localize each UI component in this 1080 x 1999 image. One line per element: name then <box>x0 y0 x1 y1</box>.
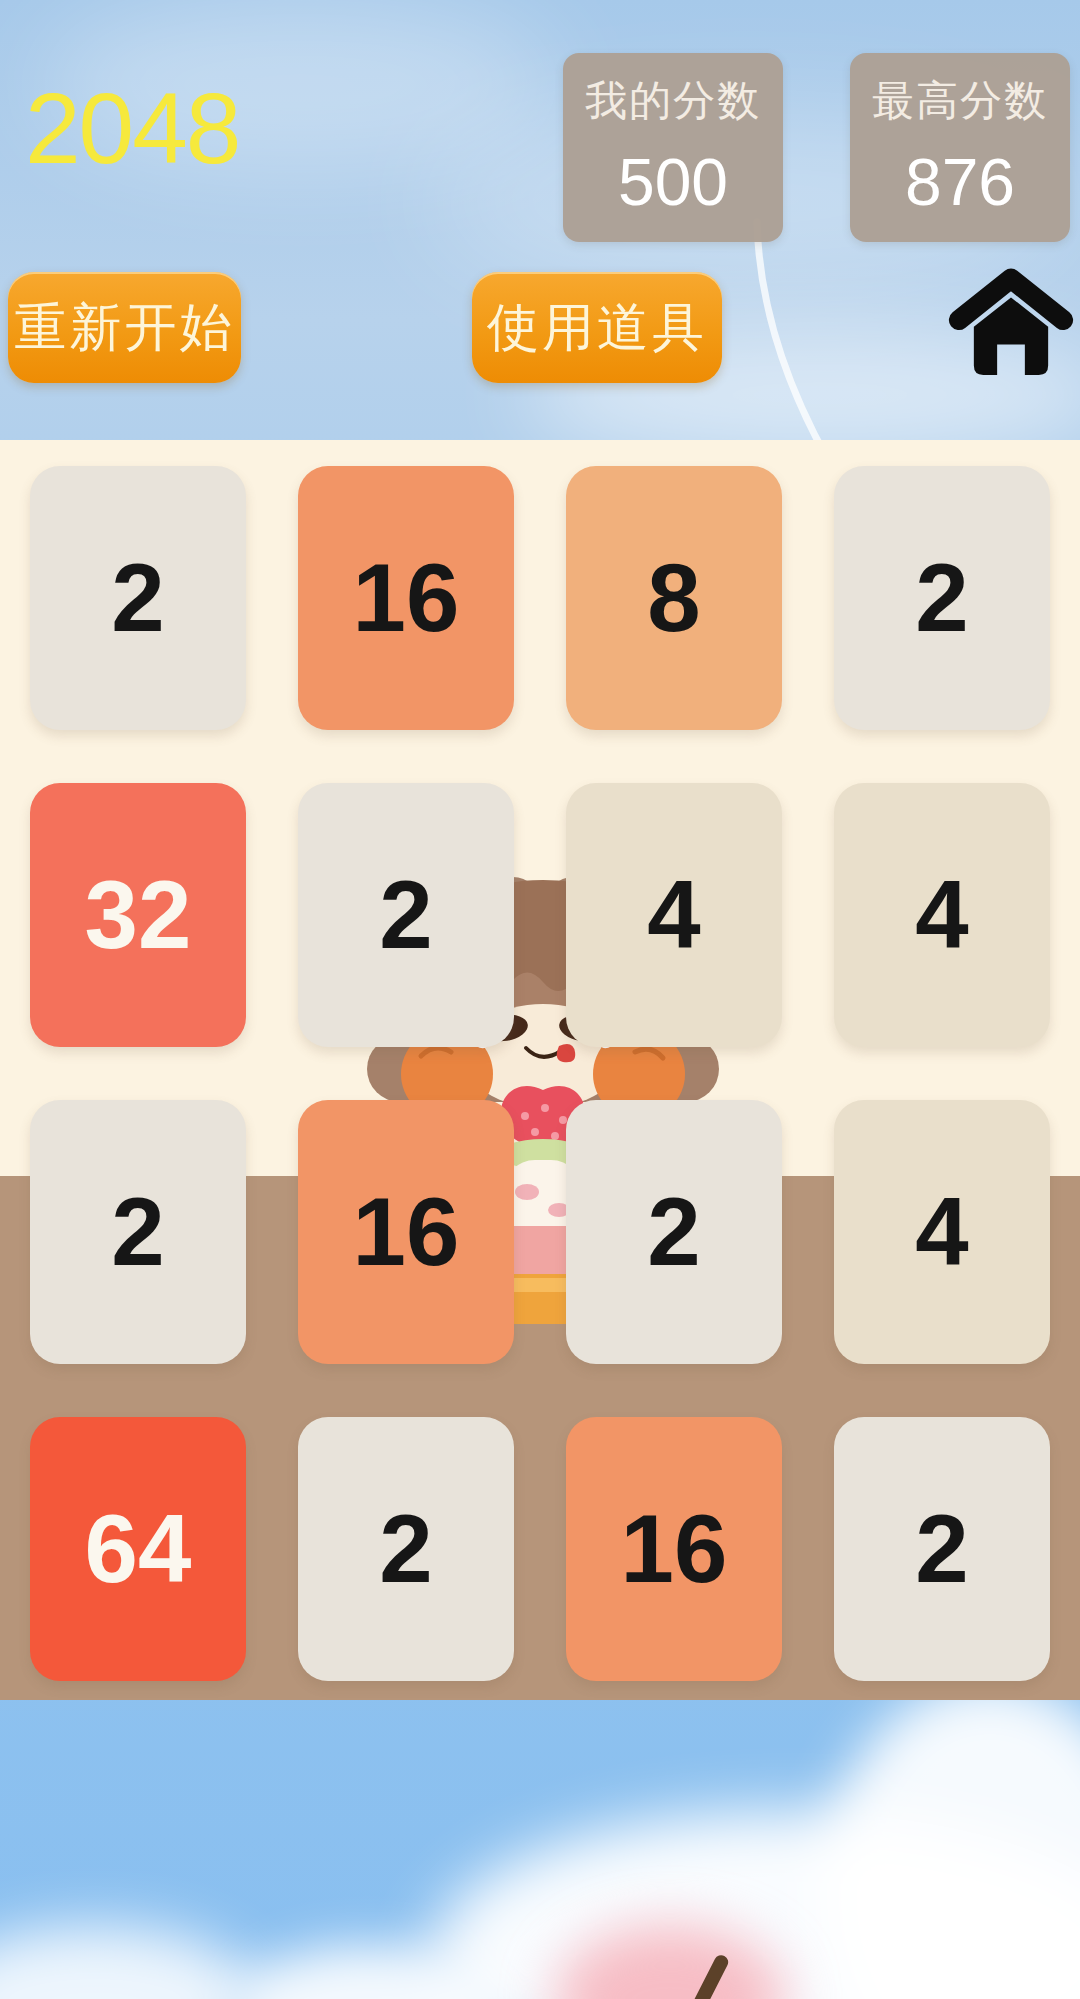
tile-grid: 216823224421624642162 <box>30 466 1050 1681</box>
tile-r3c3-2: 2 <box>566 1100 782 1364</box>
contrail-streak <box>700 218 870 463</box>
branch-twig <box>685 1953 730 1999</box>
tile-r4c1-64: 64 <box>30 1417 246 1681</box>
cloud-bottom-mid-puff <box>230 1945 510 1999</box>
cloud-tower-bottom-right <box>820 1680 1080 1999</box>
tile-r2c1-32: 32 <box>30 783 246 1047</box>
my-score-label: 我的分数 <box>585 80 761 122</box>
tile-r1c3-8: 8 <box>566 466 782 730</box>
tile-r2c2-2: 2 <box>298 783 514 1047</box>
use-item-button[interactable]: 使用道具 <box>472 272 722 383</box>
tile-r1c1-2: 2 <box>30 466 246 730</box>
tile-r2c4-4: 4 <box>834 783 1050 1047</box>
game-title: 2048 <box>25 78 239 178</box>
home-icon <box>942 268 1080 390</box>
best-score-label: 最高分数 <box>872 80 1048 122</box>
cloud-bottom-left-puff <box>0 1925 260 1999</box>
best-score-box: 最高分数 876 <box>850 53 1070 242</box>
tile-r3c1-2: 2 <box>30 1100 246 1364</box>
cloud-bottom-wide <box>430 1810 1080 1999</box>
tile-r3c2-16: 16 <box>298 1100 514 1364</box>
tile-r1c2-16: 16 <box>298 466 514 730</box>
game-board[interactable]: 216823224421624642162 <box>0 440 1080 1700</box>
tile-r1c4-2: 2 <box>834 466 1050 730</box>
tile-r2c3-4: 4 <box>566 783 782 1047</box>
best-score-value: 876 <box>905 149 1015 215</box>
tile-r4c2-2: 2 <box>298 1417 514 1681</box>
my-score-value: 500 <box>618 149 728 215</box>
tile-r4c4-2: 2 <box>834 1417 1050 1681</box>
restart-button[interactable]: 重新开始 <box>8 272 241 383</box>
tile-r3c4-4: 4 <box>834 1100 1050 1364</box>
my-score-box: 我的分数 500 <box>563 53 783 242</box>
tile-r4c3-16: 16 <box>566 1417 782 1681</box>
pink-blossom-glow <box>555 1925 785 1999</box>
2048-game-screen: 2048 我的分数 500 最高分数 876 重新开始 使用道具 <box>0 0 1080 1999</box>
home-button[interactable] <box>942 268 1080 390</box>
